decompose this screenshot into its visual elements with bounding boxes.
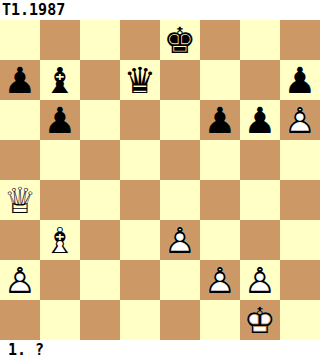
square-f3[interactable] <box>200 220 240 260</box>
piece-black-bishop: ♝ <box>40 60 80 100</box>
square-h8[interactable] <box>280 20 320 60</box>
square-e4[interactable] <box>160 180 200 220</box>
diagram-title: T1.1987 <box>0 0 320 20</box>
chess-board: ♚♟♝♛♟♟♟♟♟♙♛♕♝♗♟♙♟♙♟♙♟♙♚♔ <box>0 20 320 340</box>
square-e5[interactable] <box>160 140 200 180</box>
square-e3[interactable]: ♟♙ <box>160 220 200 260</box>
move-prompt: 1. ? <box>0 340 320 360</box>
square-a2[interactable]: ♟♙ <box>0 260 40 300</box>
square-g6[interactable]: ♟ <box>240 100 280 140</box>
square-c4[interactable] <box>80 180 120 220</box>
square-a1[interactable] <box>0 300 40 340</box>
square-d7[interactable]: ♛ <box>120 60 160 100</box>
square-d8[interactable] <box>120 20 160 60</box>
piece-black-pawn: ♟ <box>200 100 240 140</box>
square-b4[interactable] <box>40 180 80 220</box>
square-c8[interactable] <box>80 20 120 60</box>
square-h4[interactable] <box>280 180 320 220</box>
square-e8[interactable]: ♚ <box>160 20 200 60</box>
piece-white-pawn: ♟♙ <box>160 220 200 260</box>
square-d1[interactable] <box>120 300 160 340</box>
square-g4[interactable] <box>240 180 280 220</box>
piece-black-pawn: ♟ <box>40 100 80 140</box>
square-f1[interactable] <box>200 300 240 340</box>
square-a7[interactable]: ♟ <box>0 60 40 100</box>
piece-black-pawn: ♟ <box>280 60 320 100</box>
square-c6[interactable] <box>80 100 120 140</box>
square-h7[interactable]: ♟ <box>280 60 320 100</box>
piece-white-king: ♚♔ <box>240 300 280 340</box>
square-d2[interactable] <box>120 260 160 300</box>
square-a8[interactable] <box>0 20 40 60</box>
square-g5[interactable] <box>240 140 280 180</box>
square-h2[interactable] <box>280 260 320 300</box>
square-d5[interactable] <box>120 140 160 180</box>
square-h5[interactable] <box>280 140 320 180</box>
piece-black-king: ♚ <box>160 20 200 60</box>
square-e7[interactable] <box>160 60 200 100</box>
piece-black-pawn: ♟ <box>0 60 40 100</box>
square-d6[interactable] <box>120 100 160 140</box>
square-b5[interactable] <box>40 140 80 180</box>
square-g7[interactable] <box>240 60 280 100</box>
square-b6[interactable]: ♟ <box>40 100 80 140</box>
piece-white-pawn: ♟♙ <box>0 260 40 300</box>
square-c3[interactable] <box>80 220 120 260</box>
square-e1[interactable] <box>160 300 200 340</box>
square-b1[interactable] <box>40 300 80 340</box>
square-c1[interactable] <box>80 300 120 340</box>
square-a6[interactable] <box>0 100 40 140</box>
square-f2[interactable]: ♟♙ <box>200 260 240 300</box>
square-f8[interactable] <box>200 20 240 60</box>
square-g2[interactable]: ♟♙ <box>240 260 280 300</box>
piece-white-pawn: ♟♙ <box>240 260 280 300</box>
square-c7[interactable] <box>80 60 120 100</box>
piece-black-queen: ♛ <box>120 60 160 100</box>
square-a3[interactable] <box>0 220 40 260</box>
square-h3[interactable] <box>280 220 320 260</box>
piece-white-bishop: ♝♗ <box>40 220 80 260</box>
square-b3[interactable]: ♝♗ <box>40 220 80 260</box>
square-c5[interactable] <box>80 140 120 180</box>
square-c2[interactable] <box>80 260 120 300</box>
square-a5[interactable] <box>0 140 40 180</box>
piece-black-pawn: ♟ <box>240 100 280 140</box>
square-f6[interactable]: ♟ <box>200 100 240 140</box>
square-e2[interactable] <box>160 260 200 300</box>
square-h6[interactable]: ♟♙ <box>280 100 320 140</box>
square-g8[interactable] <box>240 20 280 60</box>
square-g1[interactable]: ♚♔ <box>240 300 280 340</box>
square-b7[interactable]: ♝ <box>40 60 80 100</box>
square-d3[interactable] <box>120 220 160 260</box>
piece-white-pawn: ♟♙ <box>280 100 320 140</box>
square-f7[interactable] <box>200 60 240 100</box>
square-e6[interactable] <box>160 100 200 140</box>
square-b2[interactable] <box>40 260 80 300</box>
square-d4[interactable] <box>120 180 160 220</box>
piece-white-pawn: ♟♙ <box>200 260 240 300</box>
square-g3[interactable] <box>240 220 280 260</box>
square-h1[interactable] <box>280 300 320 340</box>
piece-white-queen: ♛♕ <box>0 180 40 220</box>
square-f4[interactable] <box>200 180 240 220</box>
square-a4[interactable]: ♛♕ <box>0 180 40 220</box>
square-f5[interactable] <box>200 140 240 180</box>
square-b8[interactable] <box>40 20 80 60</box>
